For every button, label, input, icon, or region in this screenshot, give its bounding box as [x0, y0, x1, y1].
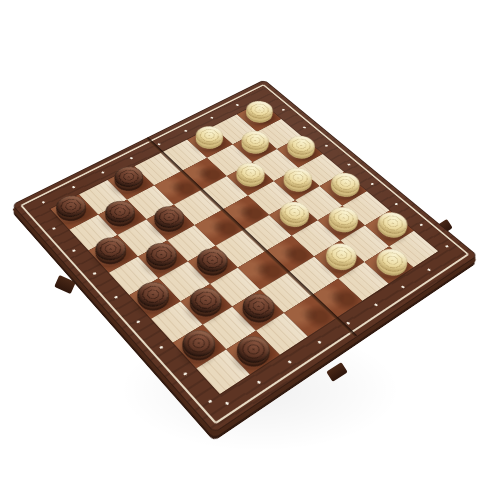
product-photo-scene	[0, 0, 500, 500]
